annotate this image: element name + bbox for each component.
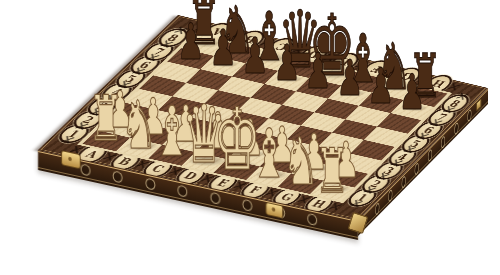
piece-white-bishop: ♝: [250, 120, 288, 188]
piece-black-pawn: ♟: [305, 47, 332, 96]
piece-black-pawn: ♟: [177, 17, 205, 67]
piece-black-pawn: ♟: [399, 69, 426, 118]
piece-white-knight: ♞: [121, 92, 158, 159]
piece-white-knight: ♞: [282, 129, 318, 194]
piece-white-rook: ♜: [315, 139, 349, 200]
chess-set-photo: AA11BB22CC33DD44EE55FF66GG77HH88✕✕✕✕✕✕✕✕…: [0, 0, 500, 275]
piece-black-pawn: ♟: [209, 24, 237, 74]
piece-white-rook: ♜: [89, 88, 124, 151]
piece-black-pawn: ♟: [336, 54, 363, 103]
piece-black-pawn: ♟: [273, 39, 301, 89]
piece-black-pawn: ♟: [241, 32, 269, 82]
pieces-layer: ♜♞♝♛♚♝♞♜♟♟♟♟♟♟♟♟♟♟♟♟♟♟♟♟♜♞♝♛♚♝♞♜: [0, 0, 500, 275]
piece-black-pawn: ♟: [368, 62, 395, 111]
